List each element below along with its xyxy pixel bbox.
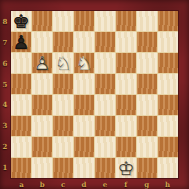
square-c4[interactable] [53,95,73,115]
square-a1[interactable] [11,158,31,178]
square-a8[interactable]: ♚♔ [11,11,31,31]
white-knight-piece[interactable]: ♞♘ [74,53,94,73]
square-a6[interactable] [11,53,31,73]
square-h3[interactable] [158,116,178,136]
square-f7[interactable] [116,32,136,52]
square-b6[interactable]: ♟♙ [32,53,52,73]
square-h8[interactable] [158,11,178,31]
square-b7[interactable] [32,32,52,52]
square-c1[interactable] [53,158,73,178]
white-knight-piece[interactable]: ♞♘ [53,53,73,73]
square-b2[interactable] [32,137,52,157]
square-b1[interactable] [32,158,52,178]
square-h1[interactable] [158,158,178,178]
square-f4[interactable] [116,95,136,115]
square-c7[interactable] [53,32,73,52]
square-d5[interactable] [74,74,94,94]
square-a4[interactable] [11,95,31,115]
square-g6[interactable] [137,53,157,73]
square-h7[interactable] [158,32,178,52]
square-e1[interactable] [95,158,115,178]
square-e8[interactable] [95,11,115,31]
square-e6[interactable] [95,53,115,73]
white-pawn-piece[interactable]: ♟♙ [32,53,52,73]
square-g4[interactable] [137,95,157,115]
black-king-piece[interactable]: ♚♔ [11,11,31,31]
square-b3[interactable] [32,116,52,136]
square-g3[interactable] [137,116,157,136]
square-d2[interactable] [74,137,94,157]
square-c5[interactable] [53,74,73,94]
square-a3[interactable] [11,116,31,136]
square-d4[interactable] [74,95,94,115]
square-d7[interactable] [74,32,94,52]
square-g1[interactable] [137,158,157,178]
square-b5[interactable] [32,74,52,94]
board-grid: ♚♔♟♙♟♙♞♘♞♘♚♔ [11,11,178,178]
square-g7[interactable] [137,32,157,52]
square-h5[interactable] [158,74,178,94]
square-d1[interactable] [74,158,94,178]
white-king-piece[interactable]: ♚♔ [116,158,136,178]
square-f3[interactable] [116,116,136,136]
square-h4[interactable] [158,95,178,115]
board-inner: ♚♔♟♙♟♙♞♘♞♘♚♔ [10,10,179,179]
square-f5[interactable] [116,74,136,94]
square-f2[interactable] [116,137,136,157]
square-e2[interactable] [95,137,115,157]
square-a2[interactable] [11,137,31,157]
square-e5[interactable] [95,74,115,94]
square-f1[interactable]: ♚♔ [116,158,136,178]
square-f6[interactable] [116,53,136,73]
square-a5[interactable] [11,74,31,94]
square-g8[interactable] [137,11,157,31]
square-h2[interactable] [158,137,178,157]
square-b4[interactable] [32,95,52,115]
square-d6[interactable]: ♞♘ [74,53,94,73]
square-a7[interactable]: ♟♙ [11,32,31,52]
square-g5[interactable] [137,74,157,94]
square-e7[interactable] [95,32,115,52]
square-c8[interactable] [53,11,73,31]
square-d8[interactable] [74,11,94,31]
square-f8[interactable] [116,11,136,31]
square-h6[interactable] [158,53,178,73]
square-d3[interactable] [74,116,94,136]
square-c3[interactable] [53,116,73,136]
square-c2[interactable] [53,137,73,157]
square-e4[interactable] [95,95,115,115]
black-pawn-piece[interactable]: ♟♙ [11,32,31,52]
square-e3[interactable] [95,116,115,136]
chess-board: ♚♔♟♙♟♙♞♘♞♘♚♔ 87654321 abcdefgh [0,0,189,189]
square-b8[interactable] [32,11,52,31]
square-g2[interactable] [137,137,157,157]
square-c6[interactable]: ♞♘ [53,53,73,73]
